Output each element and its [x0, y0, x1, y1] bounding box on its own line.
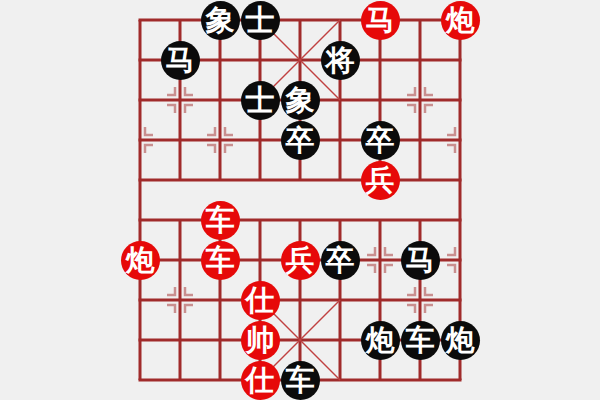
piece-red-advisor[interactable]: 仕: [241, 281, 280, 320]
piece-black-advisor[interactable]: 士: [241, 1, 280, 40]
board-intersection: 卒: [280, 120, 320, 160]
board-intersection: 士: [240, 80, 280, 120]
piece-layer: 象士马炮马将士象卒卒兵车炮车兵卒马仕帅炮车炮仕车: [120, 0, 480, 400]
piece-red-cannon[interactable]: 炮: [121, 241, 160, 280]
piece-black-cannon[interactable]: 炮: [441, 321, 480, 360]
board-intersection: 兵: [360, 160, 400, 200]
piece-red-horse[interactable]: 马: [361, 1, 400, 40]
piece-black-pawn[interactable]: 卒: [321, 241, 360, 280]
piece-red-pawn[interactable]: 兵: [281, 241, 320, 280]
piece-black-cannon[interactable]: 炮: [361, 321, 400, 360]
board-intersection: 马: [160, 40, 200, 80]
piece-black-pawn[interactable]: 卒: [361, 121, 400, 160]
board-intersection: 车: [400, 320, 440, 360]
board-intersection: 炮: [440, 0, 480, 40]
board-intersection: 帅: [240, 320, 280, 360]
piece-red-chariot[interactable]: 车: [201, 241, 240, 280]
board-intersection: 车: [200, 240, 240, 280]
board-intersection: 象: [280, 80, 320, 120]
board-intersection: 马: [360, 0, 400, 40]
piece-red-cannon[interactable]: 炮: [441, 1, 480, 40]
piece-red-chariot[interactable]: 车: [201, 201, 240, 240]
board-intersection: 车: [280, 360, 320, 400]
piece-black-chariot[interactable]: 车: [281, 361, 320, 400]
board-intersection: 卒: [320, 240, 360, 280]
piece-black-advisor[interactable]: 士: [241, 81, 280, 120]
piece-red-general[interactable]: 帅: [241, 321, 280, 360]
board-intersection: 马: [400, 240, 440, 280]
board-intersection: 炮: [360, 320, 400, 360]
board-intersection: 炮: [440, 320, 480, 360]
piece-red-advisor[interactable]: 仕: [241, 361, 280, 400]
board-intersection: 象: [200, 0, 240, 40]
piece-black-horse[interactable]: 马: [401, 241, 440, 280]
piece-black-chariot[interactable]: 车: [401, 321, 440, 360]
piece-black-pawn[interactable]: 卒: [281, 121, 320, 160]
piece-black-general[interactable]: 将: [321, 41, 360, 80]
board-intersection: 兵: [280, 240, 320, 280]
piece-red-pawn[interactable]: 兵: [361, 161, 400, 200]
piece-black-elephant[interactable]: 象: [281, 81, 320, 120]
piece-black-horse[interactable]: 马: [161, 41, 200, 80]
board-intersection: 卒: [360, 120, 400, 160]
piece-black-elephant[interactable]: 象: [201, 1, 240, 40]
board-intersection: 炮: [120, 240, 160, 280]
board-intersection: 将: [320, 40, 360, 80]
board-intersection: 仕: [240, 280, 280, 320]
board-intersection: 车: [200, 200, 240, 240]
board-intersection: 仕: [240, 360, 280, 400]
xiangqi-board: 象士马炮马将士象卒卒兵车炮车兵卒马仕帅炮车炮仕车: [0, 0, 600, 400]
board-intersection: 士: [240, 0, 280, 40]
